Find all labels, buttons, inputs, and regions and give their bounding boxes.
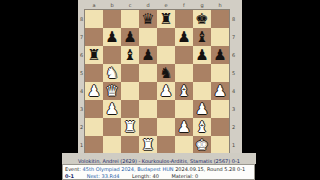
piece-white-pawn: ♟	[105, 100, 118, 118]
square-c6[interactable]: ♝	[121, 46, 139, 64]
piece-white-queen: ♛	[105, 82, 118, 100]
rank-label-1: 1	[78, 136, 85, 154]
square-d2[interactable]	[139, 118, 157, 136]
file-label-h: h	[211, 2, 229, 8]
square-e5[interactable]: ♞	[157, 64, 175, 82]
rank-label-2: 2	[230, 118, 237, 136]
square-e2[interactable]	[157, 118, 175, 136]
file-label-e: e	[157, 2, 175, 8]
rank-label-2: 2	[78, 118, 85, 136]
piece-white-knight: ♞	[105, 64, 118, 82]
square-e1[interactable]	[157, 136, 175, 154]
square-g8[interactable]: ♚	[193, 10, 211, 28]
file-label-g: g	[193, 2, 211, 8]
piece-black-bishop: ♝	[195, 28, 208, 46]
piece-white-pawn: ♟	[159, 82, 172, 100]
square-g6[interactable]: ♟	[193, 46, 211, 64]
rank-label-8: 8	[230, 10, 237, 28]
chess-board: ♛♜♚♟♟♟♝♜♝♟♟♟♞♞♟♛♟♝♟♟♟♜♟♝♜♚	[85, 10, 229, 154]
game-length-label: Length: 40	[132, 173, 159, 179]
square-a5[interactable]	[85, 64, 103, 82]
rank-label-1: 1	[230, 136, 237, 154]
piece-white-pawn: ♟	[177, 118, 190, 136]
rank-label-5: 5	[230, 64, 237, 82]
square-f6[interactable]	[175, 46, 193, 64]
piece-black-pawn: ♟	[141, 46, 154, 64]
square-h7[interactable]	[211, 28, 229, 46]
square-b7[interactable]: ♟	[103, 28, 121, 46]
square-b2[interactable]	[103, 118, 121, 136]
rank-label-7: 7	[230, 28, 237, 46]
square-a1[interactable]	[85, 136, 103, 154]
piece-white-bishop: ♝	[195, 118, 208, 136]
rank-label-3: 3	[78, 100, 85, 118]
square-d5[interactable]	[139, 64, 157, 82]
piece-white-pawn: ♟	[195, 100, 208, 118]
result-badge: 0-1	[65, 173, 74, 179]
square-d7[interactable]	[139, 28, 157, 46]
piece-white-rook: ♜	[141, 136, 154, 154]
square-a3[interactable]	[85, 100, 103, 118]
rank-label-7: 7	[78, 28, 85, 46]
piece-black-pawn: ♟	[195, 46, 208, 64]
square-g3[interactable]: ♟	[193, 100, 211, 118]
file-labels-top: abcdefgh	[85, 2, 229, 8]
material-balance-label: Material: 0	[171, 173, 198, 179]
square-c8[interactable]	[121, 10, 139, 28]
square-d4[interactable]	[139, 82, 157, 100]
piece-black-pawn: ♟	[213, 46, 226, 64]
rank-label-8: 8	[78, 10, 85, 28]
rank-label-4: 4	[78, 82, 85, 100]
info-line: 0-1 Next: 33.Rd4 Length: 40 Material: 0	[65, 173, 254, 179]
piece-white-pawn: ♟	[213, 82, 226, 100]
event-details: 2024.09.15, Round 5.28 0-1	[174, 166, 246, 172]
file-label-a: a	[85, 2, 103, 8]
piece-white-pawn: ♟	[87, 82, 100, 100]
event-name: 45th Olympiad 2024, Budapest HUN	[83, 166, 174, 172]
square-h3[interactable]	[211, 100, 229, 118]
square-f1[interactable]	[175, 136, 193, 154]
square-c3[interactable]	[121, 100, 139, 118]
square-b8[interactable]	[103, 10, 121, 28]
square-a7[interactable]	[85, 28, 103, 46]
square-e4[interactable]: ♟	[157, 82, 175, 100]
file-label-b: b	[103, 2, 121, 8]
rank-label-5: 5	[78, 64, 85, 82]
piece-black-king: ♚	[195, 10, 208, 28]
square-a4[interactable]: ♟	[85, 82, 103, 100]
rank-label-3: 3	[230, 100, 237, 118]
square-g1[interactable]: ♚	[193, 136, 211, 154]
square-f4[interactable]: ♝	[175, 82, 193, 100]
square-a2[interactable]	[85, 118, 103, 136]
square-b4[interactable]: ♛	[103, 82, 121, 100]
square-b1[interactable]	[103, 136, 121, 154]
event-line: Event: 45th Olympiad 2024, Budapest HUN …	[65, 166, 254, 172]
piece-white-bishop: ♝	[177, 82, 190, 100]
caption-box: Event: 45th Olympiad 2024, Budapest HUN …	[62, 164, 255, 180]
square-d1[interactable]: ♜	[139, 136, 157, 154]
square-h5[interactable]	[211, 64, 229, 82]
square-e3[interactable]	[157, 100, 175, 118]
piece-black-pawn: ♟	[123, 28, 136, 46]
square-a8[interactable]	[85, 10, 103, 28]
square-g4[interactable]	[193, 82, 211, 100]
rank-labels-left: 87654321	[78, 10, 85, 154]
square-d3[interactable]	[139, 100, 157, 118]
square-e6[interactable]	[157, 46, 175, 64]
rank-label-4: 4	[230, 82, 237, 100]
next-move-label: Next: 33.Rd4	[87, 173, 120, 179]
piece-black-queen: ♛	[141, 10, 154, 28]
square-e8[interactable]: ♜	[157, 10, 175, 28]
event-label: Event:	[65, 166, 83, 172]
square-c5[interactable]	[121, 64, 139, 82]
square-g2[interactable]: ♝	[193, 118, 211, 136]
piece-black-bishop: ♝	[123, 46, 136, 64]
piece-white-rook: ♜	[123, 118, 136, 136]
file-label-d: d	[139, 2, 157, 8]
square-b6[interactable]	[103, 46, 121, 64]
piece-black-pawn: ♟	[177, 28, 190, 46]
square-a6[interactable]: ♜	[85, 46, 103, 64]
piece-black-rook: ♜	[159, 10, 172, 28]
rank-labels-right: 87654321	[230, 10, 237, 154]
piece-black-knight: ♞	[159, 64, 172, 82]
square-h1[interactable]	[211, 136, 229, 154]
file-label-f: f	[175, 2, 193, 8]
piece-black-rook: ♜	[87, 46, 100, 64]
rank-label-6: 6	[78, 46, 85, 64]
square-e7[interactable]	[157, 28, 175, 46]
square-c2[interactable]: ♜	[121, 118, 139, 136]
square-b3[interactable]: ♟	[103, 100, 121, 118]
screenshot-stage: abcdefgh 87654321 87654321 ♛♜♚♟♟♟♝♜♝♟♟♟♞…	[0, 0, 320, 180]
piece-black-pawn: ♟	[105, 28, 118, 46]
file-label-c: c	[121, 2, 139, 8]
square-f2[interactable]: ♟	[175, 118, 193, 136]
square-g7[interactable]: ♝	[193, 28, 211, 46]
square-g5[interactable]	[193, 64, 211, 82]
square-d8[interactable]: ♛	[139, 10, 157, 28]
square-f7[interactable]: ♟	[175, 28, 193, 46]
rank-label-6: 6	[230, 46, 237, 64]
square-h2[interactable]	[211, 118, 229, 136]
square-h6[interactable]: ♟	[211, 46, 229, 64]
square-h8[interactable]	[211, 10, 229, 28]
square-d6[interactable]: ♟	[139, 46, 157, 64]
square-f3[interactable]	[175, 100, 193, 118]
square-c4[interactable]	[121, 82, 139, 100]
square-f8[interactable]	[175, 10, 193, 28]
square-h4[interactable]: ♟	[211, 82, 229, 100]
square-f5[interactable]	[175, 64, 193, 82]
square-c7[interactable]: ♟	[121, 28, 139, 46]
square-b5[interactable]: ♞	[103, 64, 121, 82]
piece-white-king: ♚	[195, 136, 208, 154]
square-c1[interactable]	[121, 136, 139, 154]
